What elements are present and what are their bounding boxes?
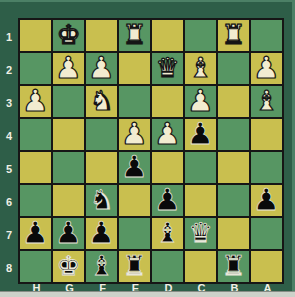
square-g6[interactable] [53,185,84,216]
square-c8[interactable] [185,251,216,282]
rank-label-3: 3 [0,86,18,119]
square-b4[interactable] [218,119,249,150]
black-bishop: ♝ [89,252,113,279]
black-pawn: ♟ [55,218,82,248]
square-d5[interactable] [152,152,183,183]
square-d6[interactable]: ♟ [152,185,183,216]
rank-label-1: 1 [0,20,18,53]
black-pawn: ♟ [253,185,280,215]
square-e7[interactable] [119,218,150,249]
square-g7[interactable]: ♟ [53,218,84,249]
square-c1[interactable] [185,20,216,51]
square-f6[interactable]: ♞ [86,185,117,216]
square-c6[interactable] [185,185,216,216]
square-c5[interactable] [185,152,216,183]
square-g5[interactable] [53,152,84,183]
square-g4[interactable] [53,119,84,150]
square-h2[interactable] [20,53,51,84]
square-f7[interactable]: ♟ [86,218,117,249]
white-bishop: ♝ [254,87,278,114]
white-pawn: ♟ [121,119,148,149]
rank-label-8: 8 [0,251,18,284]
square-g8[interactable]: ♚ [53,251,84,282]
white-pawn: ♟ [88,53,115,83]
square-h6[interactable] [20,185,51,216]
square-b8[interactable]: ♜ [218,251,249,282]
square-d2[interactable]: ♛ [152,53,183,84]
square-d8[interactable] [152,251,183,282]
square-a5[interactable] [251,152,282,183]
chess-diagram: 12345678 ♚♜♜♟♟♛♝♟♟♞♟♝♟♟♟♟♞♟♟♟♟♟♝♛♚♝♜♜ HG… [0,0,295,297]
square-e3[interactable] [119,86,150,117]
black-king: ♚ [56,252,80,279]
square-f4[interactable] [86,119,117,150]
black-pawn: ♟ [22,218,49,248]
white-pawn: ♟ [187,86,214,116]
square-f5[interactable] [86,152,117,183]
square-a1[interactable] [251,20,282,51]
square-a2[interactable]: ♟ [251,53,282,84]
black-queen: ♛ [188,219,212,246]
square-c7[interactable]: ♛ [185,218,216,249]
square-g3[interactable] [53,86,84,117]
square-c2[interactable]: ♝ [185,53,216,84]
square-e1[interactable]: ♜ [119,20,150,51]
rank-label-5: 5 [0,152,18,185]
square-e4[interactable]: ♟ [119,119,150,150]
white-pawn: ♟ [22,86,49,116]
square-a7[interactable] [251,218,282,249]
square-b5[interactable] [218,152,249,183]
white-pawn: ♟ [55,53,82,83]
white-pawn: ♟ [154,119,181,149]
bottom-strip [0,291,295,297]
square-f3[interactable]: ♞ [86,86,117,117]
black-rook: ♜ [122,252,146,279]
square-f8[interactable]: ♝ [86,251,117,282]
square-h1[interactable] [20,20,51,51]
frame-bevel-right [292,0,295,297]
square-h7[interactable]: ♟ [20,218,51,249]
rank-labels: 12345678 [0,20,18,284]
rank-label-2: 2 [0,53,18,86]
black-knight: ♞ [89,186,113,213]
square-b1[interactable]: ♜ [218,20,249,51]
white-rook: ♜ [221,21,245,48]
black-bishop: ♝ [155,219,179,246]
black-pawn: ♟ [154,185,181,215]
square-a3[interactable]: ♝ [251,86,282,117]
square-d1[interactable] [152,20,183,51]
square-e8[interactable]: ♜ [119,251,150,282]
square-b6[interactable] [218,185,249,216]
square-h5[interactable] [20,152,51,183]
white-rook: ♜ [122,21,146,48]
square-d4[interactable]: ♟ [152,119,183,150]
square-b7[interactable] [218,218,249,249]
square-e2[interactable] [119,53,150,84]
square-f1[interactable] [86,20,117,51]
black-pawn: ♟ [121,152,148,182]
square-h3[interactable]: ♟ [20,86,51,117]
black-rook: ♜ [221,252,245,279]
square-h4[interactable] [20,119,51,150]
chess-board[interactable]: ♚♜♜♟♟♛♝♟♟♞♟♝♟♟♟♟♞♟♟♟♟♟♝♛♚♝♜♜ [18,18,284,284]
frame-bevel-top [0,0,295,2]
square-a4[interactable] [251,119,282,150]
square-g2[interactable]: ♟ [53,53,84,84]
white-bishop: ♝ [188,54,212,81]
white-knight: ♞ [89,87,113,114]
square-b2[interactable] [218,53,249,84]
square-e5[interactable]: ♟ [119,152,150,183]
square-a6[interactable]: ♟ [251,185,282,216]
rank-label-6: 6 [0,185,18,218]
rank-label-4: 4 [0,119,18,152]
black-pawn: ♟ [88,218,115,248]
square-h8[interactable] [20,251,51,282]
square-d3[interactable] [152,86,183,117]
square-e6[interactable] [119,185,150,216]
square-c4[interactable]: ♟ [185,119,216,150]
square-g1[interactable]: ♚ [53,20,84,51]
square-a8[interactable] [251,251,282,282]
square-d7[interactable]: ♝ [152,218,183,249]
white-queen: ♛ [155,54,179,81]
square-f2[interactable]: ♟ [86,53,117,84]
rank-label-7: 7 [0,218,18,251]
white-pawn: ♟ [253,53,280,83]
square-b3[interactable] [218,86,249,117]
black-pawn: ♟ [187,119,214,149]
square-c3[interactable]: ♟ [185,86,216,117]
white-king: ♚ [56,21,80,48]
